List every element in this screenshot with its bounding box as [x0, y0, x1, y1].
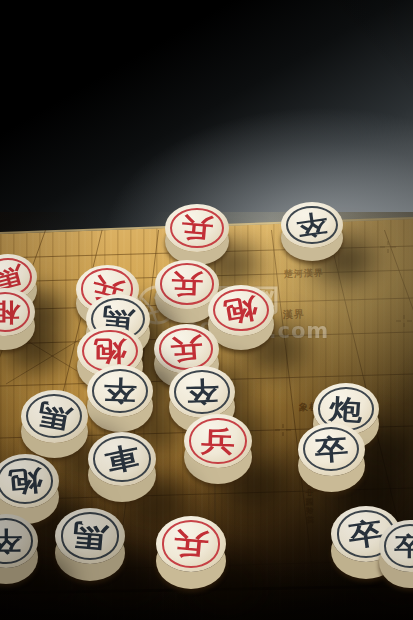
photo-scene: 楚河漢界漢界象棋中國象棋 兵卒馬相兵兵炮馬炮兵卒卒馬炮兵卒車炮馬卒兵卒卒 摄图网… [0, 0, 413, 620]
piece-body: 兵 [184, 414, 252, 468]
piece-body: 兵 [165, 204, 229, 252]
piece-character: 卒 [279, 202, 346, 248]
piece-body: 卒 [298, 423, 365, 476]
piece-black-炮: 炮 [0, 454, 59, 508]
piece-red-兵: 兵 [165, 204, 229, 252]
piece-body: 卒 [0, 514, 38, 568]
piece-body: 卒 [87, 365, 153, 417]
piece-red-兵: 兵 [156, 516, 226, 572]
piece-character: 馬 [53, 510, 127, 562]
piece-character: 兵 [163, 206, 230, 251]
piece-body: 卒 [379, 520, 413, 572]
piece-body: 卒 [281, 202, 343, 248]
piece-character: 卒 [0, 519, 38, 563]
piece-character: 車 [84, 430, 160, 487]
piece-character: 兵 [154, 518, 228, 570]
piece-body: 炮 [0, 454, 59, 508]
piece-black-卒: 卒 [0, 514, 38, 568]
piece-body: 馬 [21, 390, 88, 443]
piece-body: 卒 [169, 366, 235, 418]
piece-black-車: 車 [88, 432, 156, 486]
piece-body: 兵 [156, 516, 226, 572]
piece-black-卒: 卒 [87, 365, 153, 417]
piece-black-卒: 卒 [298, 423, 365, 476]
piece-character: 卒 [379, 525, 413, 568]
piece-character: 卒 [296, 425, 366, 473]
piece-character: 卒 [168, 370, 235, 415]
piece-character: 兵 [152, 326, 220, 371]
piece-black-馬: 馬 [21, 390, 88, 443]
piece-black-卒: 卒 [379, 520, 413, 572]
piece-body: 馬 [55, 508, 125, 564]
piece-body: 車 [88, 432, 156, 486]
piece-red-兵: 兵 [184, 414, 252, 468]
piece-black-馬: 馬 [55, 508, 125, 564]
piece-black-卒: 卒 [169, 366, 235, 418]
piece-black-卒: 卒 [281, 202, 343, 248]
piece-character: 炮 [0, 456, 60, 506]
piece-red-相: 相 [0, 288, 35, 336]
piece-character: 相 [0, 292, 35, 331]
pieces-layer: 兵卒馬相兵兵炮馬炮兵卒卒馬炮兵卒車炮馬卒兵卒卒 [0, 0, 413, 620]
piece-character: 卒 [86, 369, 153, 414]
piece-character: 兵 [183, 418, 253, 465]
piece-body: 相 [0, 288, 35, 336]
piece-character: 馬 [17, 389, 91, 443]
